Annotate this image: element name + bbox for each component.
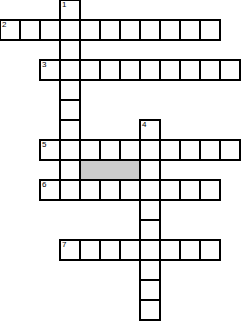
grid-cell-r1c6[interactable] <box>119 19 141 41</box>
grid-cell-r11c7[interactable] <box>139 219 161 241</box>
grid-cell-r7c3[interactable] <box>59 139 81 161</box>
grid-cell-r7c2[interactable]: 5 <box>39 139 61 161</box>
grid-cell-r9c3[interactable] <box>59 179 81 201</box>
grid-cell-r3c4[interactable] <box>79 59 101 81</box>
grid-cell-r0c3[interactable]: 1 <box>59 0 81 21</box>
grid-cell-r3c8[interactable] <box>159 59 181 81</box>
grid-cell-r3c7[interactable] <box>139 59 161 81</box>
clue-number-7: 7 <box>62 241 66 249</box>
grid-cell-r12c4[interactable] <box>79 239 101 261</box>
clue-number-3: 3 <box>42 61 46 69</box>
grid-cell-r1c10[interactable] <box>199 19 221 41</box>
grid-cell-r3c11[interactable] <box>219 59 241 81</box>
grid-cell-r1c0[interactable]: 2 <box>0 19 21 41</box>
grid-cell-r9c7[interactable] <box>139 179 161 201</box>
grid-cell-r12c10[interactable] <box>199 239 221 261</box>
grid-cell-r1c1[interactable] <box>19 19 41 41</box>
grid-cell-r12c7[interactable] <box>139 239 161 261</box>
grid-cell-r9c2[interactable]: 6 <box>39 179 61 201</box>
grid-cell-r7c8[interactable] <box>159 139 181 161</box>
grid-cell-r1c7[interactable] <box>139 19 161 41</box>
clue-number-5: 5 <box>42 141 46 149</box>
grid-cell-r12c9[interactable] <box>179 239 201 261</box>
clue-number-4: 4 <box>142 121 146 129</box>
grid-cell-r9c4[interactable] <box>79 179 101 201</box>
clue-number-1: 1 <box>62 1 66 9</box>
grid-cell-r1c5[interactable] <box>99 19 121 41</box>
grid-cell-r3c3[interactable] <box>59 59 81 81</box>
grid-cell-r9c10[interactable] <box>199 179 221 201</box>
grid-cell-r3c5[interactable] <box>99 59 121 81</box>
clue-number-6: 6 <box>42 181 46 189</box>
grid-cell-r6c3[interactable] <box>59 119 81 141</box>
grid-cell-r9c8[interactable] <box>159 179 181 201</box>
grid-cell-r1c9[interactable] <box>179 19 201 41</box>
grid-cell-r1c8[interactable] <box>159 19 181 41</box>
grid-cell-r8c7[interactable] <box>139 159 161 181</box>
grid-cell-r1c4[interactable] <box>79 19 101 41</box>
grid-cell-r10c7[interactable] <box>139 199 161 221</box>
grid-cell-r7c6[interactable] <box>119 139 141 161</box>
grid-cell-r9c5[interactable] <box>99 179 121 201</box>
grid-cell-r3c2[interactable]: 3 <box>39 59 61 81</box>
grid-cell-r4c3[interactable] <box>59 79 81 101</box>
crossword-board: 1234567 <box>0 0 241 321</box>
grid-cell-r12c8[interactable] <box>159 239 181 261</box>
grid-cell-r12c3[interactable]: 7 <box>59 239 81 261</box>
grid-cell-r7c7[interactable] <box>139 139 161 161</box>
grid-cell-r8c3[interactable] <box>59 159 81 181</box>
grid-cell-r7c11[interactable] <box>219 139 241 161</box>
grid-cell-r3c6[interactable] <box>119 59 141 81</box>
grid-cell-r1c2[interactable] <box>39 19 61 41</box>
grid-cell-r9c9[interactable] <box>179 179 201 201</box>
grid-cell-r7c4[interactable] <box>79 139 101 161</box>
shaded-block <box>79 159 141 181</box>
grid-cell-r15c7[interactable] <box>139 299 161 321</box>
grid-cell-r2c3[interactable] <box>59 39 81 61</box>
grid-cell-r7c9[interactable] <box>179 139 201 161</box>
grid-cell-r13c7[interactable] <box>139 259 161 281</box>
grid-cell-r7c5[interactable] <box>99 139 121 161</box>
clue-number-2: 2 <box>2 21 6 29</box>
grid-cell-r3c10[interactable] <box>199 59 221 81</box>
grid-cell-r7c10[interactable] <box>199 139 221 161</box>
grid-cell-r14c7[interactable] <box>139 279 161 301</box>
grid-cell-r5c3[interactable] <box>59 99 81 121</box>
grid-cell-r1c3[interactable] <box>59 19 81 41</box>
grid-cell-r12c5[interactable] <box>99 239 121 261</box>
grid-cell-r3c9[interactable] <box>179 59 201 81</box>
grid-cell-r9c6[interactable] <box>119 179 141 201</box>
grid-cell-r12c6[interactable] <box>119 239 141 261</box>
grid-cell-r6c7[interactable]: 4 <box>139 119 161 141</box>
